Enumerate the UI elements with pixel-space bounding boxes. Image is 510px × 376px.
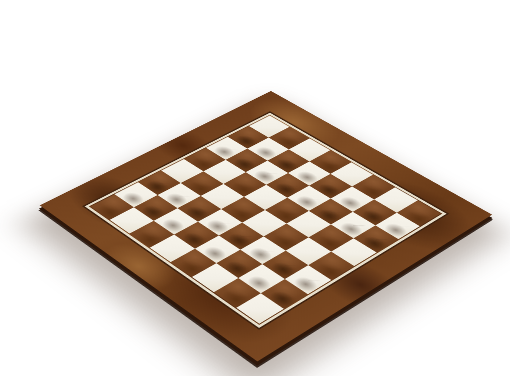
white-rook-glyph: ♜ <box>236 256 333 296</box>
perspective-scene: ♜♞♝♛♚♝♞♜♟♟♟♟♟♟♟♟♟♟♟♟♟♟♟♟♜♞♝♛♚♝♞♜ <box>0 0 510 376</box>
piece-layer: ♜♞♝♛♚♝♞♜♟♟♟♟♟♟♟♟♟♟♟♟♟♟♟♟♜♞♝♛♚♝♞♜ <box>40 91 492 361</box>
chess-set-photo: ♜♞♝♛♚♝♞♜♟♟♟♟♟♟♟♟♟♟♟♟♟♟♟♟♜♞♝♛♚♝♞♜ <box>0 0 510 376</box>
chess-board: ♜♞♝♛♚♝♞♜♟♟♟♟♟♟♟♟♟♟♟♟♟♟♟♟♜♞♝♛♚♝♞♜ <box>40 91 492 361</box>
black-pawn-glyph: ♟ <box>330 208 422 241</box>
